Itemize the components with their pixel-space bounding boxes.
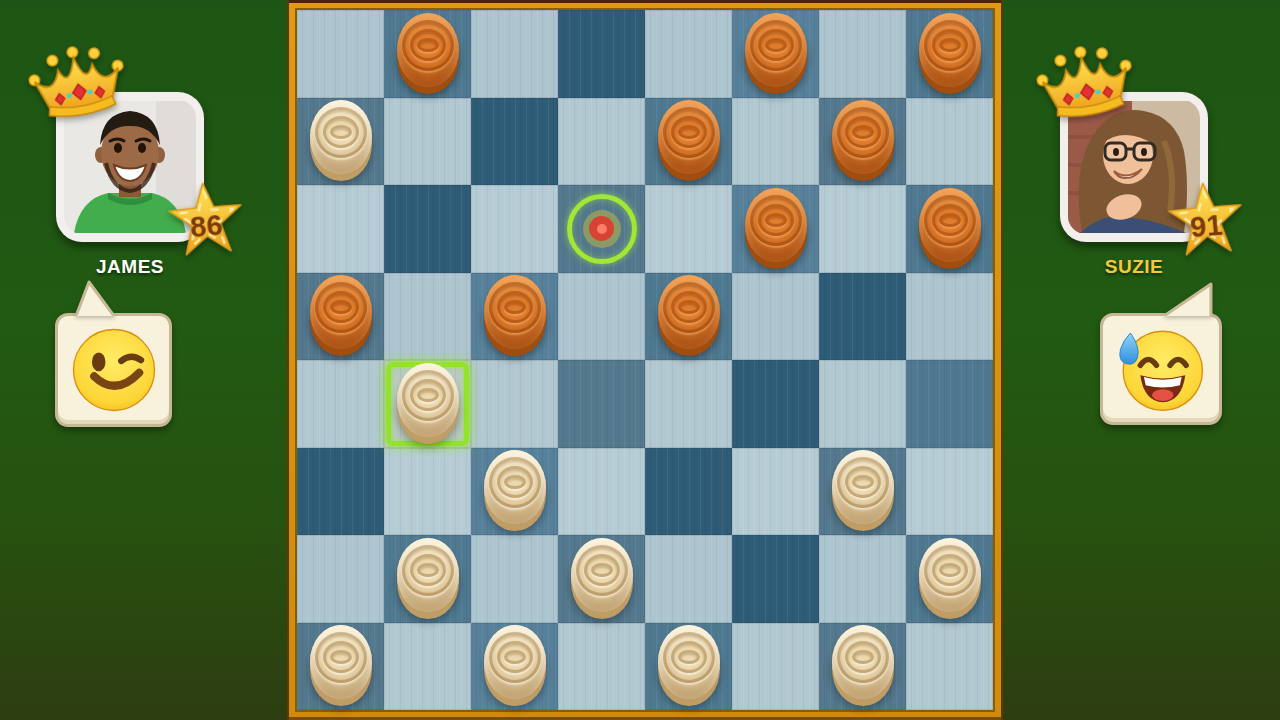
square-r1c7 [819,10,906,98]
wood-grain-texture [471,10,558,98]
square-r7c5 [645,535,732,623]
white-piece[interactable] [397,538,459,612]
square-r2c5[interactable] [645,98,732,186]
square-r8c7[interactable] [819,623,906,711]
square-r3c3 [471,185,558,273]
square-r2c2 [384,98,471,186]
wood-grain-texture [471,360,558,448]
wood-grain-texture [732,360,819,448]
wood-grain-texture [645,185,732,273]
square-r4c3[interactable] [471,273,558,361]
square-r2c4 [558,98,645,186]
orange-piece[interactable] [658,100,720,174]
square-r4c2 [384,273,471,361]
square-r2c6 [732,98,819,186]
wood-grain-texture [819,273,906,361]
square-r1c3 [471,10,558,98]
white-piece[interactable] [310,625,372,699]
square-r4c4 [558,273,645,361]
square-r8c6 [732,623,819,711]
wood-grain-texture [297,185,384,273]
square-r2c7[interactable] [819,98,906,186]
square-r2c1[interactable] [297,98,384,186]
square-r8c3[interactable] [471,623,558,711]
game-screen: 86 JAMES [0,0,1280,720]
orange-piece[interactable] [397,13,459,87]
square-r4c1[interactable] [297,273,384,361]
square-r8c2 [384,623,471,711]
square-r5c7 [819,360,906,448]
square-r5c1 [297,360,384,448]
square-r1c4[interactable] [558,10,645,98]
wood-grain-texture [297,448,384,536]
square-r6c7[interactable] [819,448,906,536]
wood-grain-texture [384,98,471,186]
square-r6c4 [558,448,645,536]
square-r6c3[interactable] [471,448,558,536]
wood-grain-texture [906,448,993,536]
square-r4c8 [906,273,993,361]
white-piece[interactable] [484,625,546,699]
orange-piece[interactable] [832,100,894,174]
wood-grain-texture [297,10,384,98]
square-r6c2 [384,448,471,536]
square-r7c1 [297,535,384,623]
board-grid [297,10,993,710]
square-r6c1[interactable] [297,448,384,536]
wood-grain-texture [906,98,993,186]
square-r5c6[interactable] [732,360,819,448]
white-piece[interactable] [832,625,894,699]
orange-piece[interactable] [658,275,720,349]
crown-icon [24,36,132,131]
checkers-board [287,0,1003,720]
square-r2c3[interactable] [471,98,558,186]
square-r5c3 [471,360,558,448]
orange-piece[interactable] [919,188,981,262]
white-piece[interactable] [310,100,372,174]
orange-piece[interactable] [745,188,807,262]
right-bubble-tail [1160,282,1216,316]
white-piece[interactable] [832,450,894,524]
white-piece[interactable] [571,538,633,612]
orange-piece[interactable] [484,275,546,349]
square-r1c8[interactable] [906,10,993,98]
square-r6c8 [906,448,993,536]
orange-piece[interactable] [919,13,981,87]
square-r4c6 [732,273,819,361]
player-left-rating-badge: 86 [163,177,250,266]
wood-grain-texture [645,535,732,623]
square-r3c2[interactable] [384,185,471,273]
wood-grain-texture [471,98,558,186]
square-r3c1 [297,185,384,273]
square-r1c1 [297,10,384,98]
wood-grain-texture [558,360,645,448]
wood-grain-texture [297,535,384,623]
square-r7c3 [471,535,558,623]
sweat-smile-emoji-icon [1114,324,1208,414]
player-right-rating-badge: 91 [1163,177,1250,266]
left-bubble-tail [62,280,116,316]
square-r8c8 [906,623,993,711]
orange-piece[interactable] [745,13,807,87]
wood-grain-texture [819,10,906,98]
wood-grain-texture [732,448,819,536]
wood-grain-texture [732,98,819,186]
wood-grain-texture [558,448,645,536]
square-r8c5[interactable] [645,623,732,711]
wood-grain-texture [384,273,471,361]
wood-grain-texture [645,360,732,448]
square-r1c6[interactable] [732,10,819,98]
wood-grain-texture [819,185,906,273]
square-r6c6 [732,448,819,536]
square-r1c5 [645,10,732,98]
square-r6c5[interactable] [645,448,732,536]
square-r7c2[interactable] [384,535,471,623]
wood-grain-texture [819,535,906,623]
wood-grain-texture [645,448,732,536]
wood-grain-texture [471,535,558,623]
player-right-emoji-bubble[interactable] [1100,313,1222,425]
white-piece[interactable] [658,625,720,699]
wood-grain-texture [732,623,819,711]
square-r8c4 [558,623,645,711]
wood-grain-texture [732,535,819,623]
square-r2c8 [906,98,993,186]
square-r5c4[interactable] [558,360,645,448]
square-r3c5 [645,185,732,273]
white-piece[interactable] [397,363,459,437]
wood-grain-texture [558,10,645,98]
player-left-emoji-bubble[interactable] [55,313,172,427]
square-r3c6[interactable] [732,185,819,273]
wood-grain-texture [558,273,645,361]
wood-grain-texture [384,623,471,711]
wink-emoji-icon [67,325,161,415]
square-r1c2[interactable] [384,10,471,98]
wood-grain-texture [384,185,471,273]
square-r7c6[interactable] [732,535,819,623]
wood-grain-texture [558,98,645,186]
square-r7c4[interactable] [558,535,645,623]
square-r3c8[interactable] [906,185,993,273]
wood-grain-texture [906,623,993,711]
orange-piece[interactable] [310,275,372,349]
wood-grain-texture [732,273,819,361]
square-r7c8[interactable] [906,535,993,623]
square-r3c4[interactable] [558,185,645,273]
wood-grain-texture [906,360,993,448]
square-r5c2[interactable] [384,360,471,448]
wood-grain-texture [558,623,645,711]
white-piece[interactable] [919,538,981,612]
white-piece[interactable] [484,450,546,524]
wood-grain-texture [384,448,471,536]
player-right-rating: 91 [1163,177,1250,266]
square-r3c7 [819,185,906,273]
wood-grain-texture [297,360,384,448]
square-r4c5[interactable] [645,273,732,361]
wood-grain-texture [645,10,732,98]
wood-grain-texture [471,185,558,273]
crown-icon [1032,36,1140,131]
square-r7c7 [819,535,906,623]
square-r4c7[interactable] [819,273,906,361]
square-r5c5 [645,360,732,448]
move-target-indicator[interactable] [558,185,645,273]
square-r8c1[interactable] [297,623,384,711]
player-left-rating: 86 [163,177,250,266]
wood-grain-texture [819,360,906,448]
square-r5c8[interactable] [906,360,993,448]
wood-grain-texture [906,273,993,361]
